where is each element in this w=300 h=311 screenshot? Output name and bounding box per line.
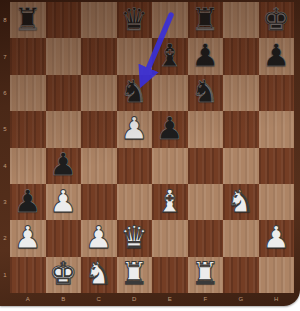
square-g7[interactable] bbox=[223, 38, 259, 74]
square-f6[interactable]: ♞ bbox=[188, 75, 224, 111]
square-a5[interactable] bbox=[10, 111, 46, 147]
square-c4[interactable] bbox=[81, 148, 117, 184]
file-label-e: E bbox=[152, 293, 188, 305]
piece-black-bishop-e7[interactable]: ♝ bbox=[156, 40, 184, 71]
square-g3[interactable]: ♞ bbox=[223, 184, 259, 220]
square-h7[interactable]: ♟ bbox=[259, 38, 295, 74]
piece-white-queen-d2[interactable]: ♛ bbox=[120, 222, 148, 253]
square-b1[interactable]: ♚ bbox=[46, 257, 82, 293]
square-e4[interactable] bbox=[152, 148, 188, 184]
square-c3[interactable] bbox=[81, 184, 117, 220]
piece-white-king-b1[interactable]: ♚ bbox=[49, 258, 77, 289]
square-a8[interactable]: ♜ bbox=[10, 2, 46, 38]
square-h4[interactable] bbox=[259, 148, 295, 184]
square-d8[interactable]: ♛ bbox=[117, 2, 153, 38]
piece-black-knight-d6[interactable]: ♞ bbox=[120, 76, 148, 107]
piece-black-queen-d8[interactable]: ♛ bbox=[120, 4, 148, 35]
square-c1[interactable]: ♞ bbox=[81, 257, 117, 293]
square-g8[interactable] bbox=[223, 2, 259, 38]
square-d6[interactable]: ♞ bbox=[117, 75, 153, 111]
square-c8[interactable] bbox=[81, 2, 117, 38]
piece-black-king-h8[interactable]: ♚ bbox=[262, 4, 290, 35]
piece-white-knight-g3[interactable]: ♞ bbox=[227, 186, 255, 217]
square-h6[interactable] bbox=[259, 75, 295, 111]
file-label-c: C bbox=[81, 293, 117, 305]
square-f8[interactable]: ♜ bbox=[188, 2, 224, 38]
square-h3[interactable] bbox=[259, 184, 295, 220]
piece-white-pawn-b3[interactable]: ♟ bbox=[49, 186, 77, 217]
piece-black-pawn-a3[interactable]: ♟ bbox=[14, 186, 42, 217]
square-b8[interactable] bbox=[46, 2, 82, 38]
square-e1[interactable] bbox=[152, 257, 188, 293]
piece-white-knight-c1[interactable]: ♞ bbox=[85, 258, 113, 289]
rank-label-2: 2 bbox=[0, 220, 10, 256]
square-b3[interactable]: ♟ bbox=[46, 184, 82, 220]
rank-label-6: 6 bbox=[0, 75, 10, 111]
square-c6[interactable] bbox=[81, 75, 117, 111]
square-h2[interactable]: ♟ bbox=[259, 220, 295, 256]
square-h8[interactable]: ♚ bbox=[259, 2, 295, 38]
file-label-g: G bbox=[223, 293, 259, 305]
square-g5[interactable] bbox=[223, 111, 259, 147]
rank-label-8: 8 bbox=[0, 2, 10, 38]
square-a1[interactable] bbox=[10, 257, 46, 293]
square-f3[interactable] bbox=[188, 184, 224, 220]
piece-black-pawn-b4[interactable]: ♟ bbox=[49, 149, 77, 180]
square-b7[interactable] bbox=[46, 38, 82, 74]
square-e3[interactable]: ♝ bbox=[152, 184, 188, 220]
square-e5[interactable]: ♟ bbox=[152, 111, 188, 147]
piece-white-pawn-d5[interactable]: ♟ bbox=[120, 113, 148, 144]
piece-black-pawn-h7[interactable]: ♟ bbox=[262, 40, 290, 71]
square-a7[interactable] bbox=[10, 38, 46, 74]
piece-black-pawn-f7[interactable]: ♟ bbox=[191, 40, 219, 71]
square-e6[interactable] bbox=[152, 75, 188, 111]
square-g4[interactable] bbox=[223, 148, 259, 184]
square-g2[interactable] bbox=[223, 220, 259, 256]
piece-white-rook-f1[interactable]: ♜ bbox=[191, 258, 219, 289]
rank-label-1: 1 bbox=[0, 257, 10, 293]
piece-white-rook-d1[interactable]: ♜ bbox=[120, 258, 148, 289]
file-label-d: D bbox=[117, 293, 153, 305]
piece-black-rook-f8[interactable]: ♜ bbox=[191, 4, 219, 35]
square-d5[interactable]: ♟ bbox=[117, 111, 153, 147]
square-a3[interactable]: ♟ bbox=[10, 184, 46, 220]
square-h5[interactable] bbox=[259, 111, 295, 147]
square-a4[interactable] bbox=[10, 148, 46, 184]
square-f4[interactable] bbox=[188, 148, 224, 184]
piece-white-bishop-e3[interactable]: ♝ bbox=[156, 186, 184, 217]
piece-black-knight-f6[interactable]: ♞ bbox=[191, 76, 219, 107]
piece-black-rook-a8[interactable]: ♜ bbox=[14, 4, 42, 35]
square-c2[interactable]: ♟ bbox=[81, 220, 117, 256]
square-a2[interactable]: ♟ bbox=[10, 220, 46, 256]
rank-label-4: 4 bbox=[0, 148, 10, 184]
square-g6[interactable] bbox=[223, 75, 259, 111]
file-label-h: H bbox=[259, 293, 295, 305]
square-h1[interactable] bbox=[259, 257, 295, 293]
piece-white-pawn-c2[interactable]: ♟ bbox=[85, 222, 113, 253]
chess-board-screenshot: 87654321 ♜♛♜♚♝♟♟♞♞♟♟♟♟♟♝♞♟♟♛♟♚♞♜♜ ABCDEF… bbox=[0, 0, 300, 311]
file-coordinates: ABCDEFGH bbox=[10, 293, 294, 305]
square-d4[interactable] bbox=[117, 148, 153, 184]
square-f1[interactable]: ♜ bbox=[188, 257, 224, 293]
square-b4[interactable]: ♟ bbox=[46, 148, 82, 184]
square-d1[interactable]: ♜ bbox=[117, 257, 153, 293]
square-e7[interactable]: ♝ bbox=[152, 38, 188, 74]
rank-coordinates: 87654321 bbox=[0, 2, 10, 293]
file-label-a: A bbox=[10, 293, 46, 305]
square-b5[interactable] bbox=[46, 111, 82, 147]
square-g1[interactable] bbox=[223, 257, 259, 293]
square-f5[interactable] bbox=[188, 111, 224, 147]
piece-white-pawn-h2[interactable]: ♟ bbox=[262, 222, 290, 253]
square-b2[interactable] bbox=[46, 220, 82, 256]
square-f2[interactable] bbox=[188, 220, 224, 256]
square-c7[interactable] bbox=[81, 38, 117, 74]
rank-label-7: 7 bbox=[0, 38, 10, 74]
piece-black-pawn-e5[interactable]: ♟ bbox=[156, 113, 184, 144]
square-d3[interactable] bbox=[117, 184, 153, 220]
chess-board: ♜♛♜♚♝♟♟♞♞♟♟♟♟♟♝♞♟♟♛♟♚♞♜♜ bbox=[10, 2, 294, 293]
square-d2[interactable]: ♛ bbox=[117, 220, 153, 256]
rank-label-5: 5 bbox=[0, 111, 10, 147]
square-d7[interactable] bbox=[117, 38, 153, 74]
file-label-f: F bbox=[188, 293, 224, 305]
file-label-b: B bbox=[46, 293, 82, 305]
square-e2[interactable] bbox=[152, 220, 188, 256]
square-c5[interactable] bbox=[81, 111, 117, 147]
piece-white-pawn-a2[interactable]: ♟ bbox=[14, 222, 42, 253]
square-a6[interactable] bbox=[10, 75, 46, 111]
square-e8[interactable] bbox=[152, 2, 188, 38]
square-f7[interactable]: ♟ bbox=[188, 38, 224, 74]
square-b6[interactable] bbox=[46, 75, 82, 111]
rank-label-3: 3 bbox=[0, 184, 10, 220]
